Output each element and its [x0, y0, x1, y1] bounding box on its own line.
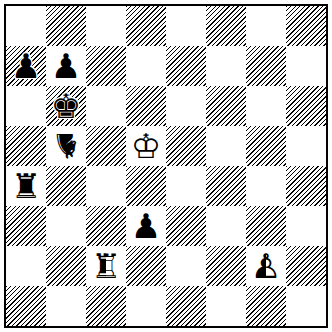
square-h4[interactable] [286, 166, 326, 206]
neutral-pawn-g2[interactable]: ♙♟ [246, 246, 286, 286]
square-c7[interactable] [86, 46, 126, 86]
black-king-b6[interactable]: ♚ [51, 86, 81, 126]
square-f6[interactable] [206, 86, 246, 126]
square-d3[interactable]: ♟ [126, 206, 166, 246]
square-g8[interactable] [246, 6, 286, 46]
black-pawn-d3[interactable]: ♟ [131, 206, 161, 246]
square-f2[interactable] [206, 246, 246, 286]
square-c3[interactable] [86, 206, 126, 246]
chess-diagram-page: ♟♟♚♞♔♜♟♖♜♙♟ [0, 0, 332, 332]
square-g4[interactable] [246, 166, 286, 206]
square-h5[interactable] [286, 126, 326, 166]
square-e5[interactable] [166, 126, 206, 166]
black-pawn-a7[interactable]: ♟ [11, 46, 41, 86]
square-g7[interactable] [246, 46, 286, 86]
chess-board: ♟♟♚♞♔♜♟♖♜♙♟ [6, 6, 326, 326]
square-h7[interactable] [286, 46, 326, 86]
square-g6[interactable] [246, 86, 286, 126]
square-f4[interactable] [206, 166, 246, 206]
square-h6[interactable] [286, 86, 326, 126]
square-e2[interactable] [166, 246, 206, 286]
square-h8[interactable] [286, 6, 326, 46]
neutral-rook-c2[interactable]: ♖♜ [86, 246, 126, 286]
square-a8[interactable] [6, 6, 46, 46]
square-d6[interactable] [126, 86, 166, 126]
square-b7[interactable]: ♟ [46, 46, 86, 86]
square-f3[interactable] [206, 206, 246, 246]
square-c2[interactable]: ♖♜ [86, 246, 126, 286]
square-a5[interactable] [6, 126, 46, 166]
square-a3[interactable] [6, 206, 46, 246]
square-h3[interactable] [286, 206, 326, 246]
square-a2[interactable] [6, 246, 46, 286]
square-f8[interactable] [206, 6, 246, 46]
square-b4[interactable] [46, 166, 86, 206]
square-f5[interactable] [206, 126, 246, 166]
square-b2[interactable] [46, 246, 86, 286]
square-f7[interactable] [206, 46, 246, 86]
square-c5[interactable] [86, 126, 126, 166]
square-e1[interactable] [166, 286, 206, 326]
black-pawn-b7[interactable]: ♟ [51, 46, 81, 86]
square-b1[interactable] [46, 286, 86, 326]
square-h2[interactable] [286, 246, 326, 286]
square-d8[interactable] [126, 6, 166, 46]
square-g5[interactable] [246, 126, 286, 166]
square-e8[interactable] [166, 6, 206, 46]
square-a1[interactable] [6, 286, 46, 326]
square-e4[interactable] [166, 166, 206, 206]
square-d2[interactable] [126, 246, 166, 286]
square-c8[interactable] [86, 6, 126, 46]
square-e7[interactable] [166, 46, 206, 86]
black-knight-rotated-b5[interactable]: ♞ [51, 126, 81, 166]
square-c4[interactable] [86, 166, 126, 206]
square-a6[interactable] [6, 86, 46, 126]
square-b3[interactable] [46, 206, 86, 246]
square-b6[interactable]: ♚ [46, 86, 86, 126]
square-a4[interactable]: ♜ [6, 166, 46, 206]
square-a7[interactable]: ♟ [6, 46, 46, 86]
square-d5[interactable]: ♔ [126, 126, 166, 166]
square-e3[interactable] [166, 206, 206, 246]
square-h1[interactable] [286, 286, 326, 326]
square-d1[interactable] [126, 286, 166, 326]
square-e6[interactable] [166, 86, 206, 126]
square-d7[interactable] [126, 46, 166, 86]
square-g2[interactable]: ♙♟ [246, 246, 286, 286]
square-b5[interactable]: ♞ [46, 126, 86, 166]
chess-board-frame: ♟♟♚♞♔♜♟♖♜♙♟ [4, 4, 328, 328]
square-b8[interactable] [46, 6, 86, 46]
square-g1[interactable] [246, 286, 286, 326]
square-c1[interactable] [86, 286, 126, 326]
square-g3[interactable] [246, 206, 286, 246]
black-rook-a4[interactable]: ♜ [11, 166, 41, 206]
square-f1[interactable] [206, 286, 246, 326]
square-c6[interactable] [86, 86, 126, 126]
square-d4[interactable] [126, 166, 166, 206]
white-king-d5[interactable]: ♔ [131, 126, 161, 166]
